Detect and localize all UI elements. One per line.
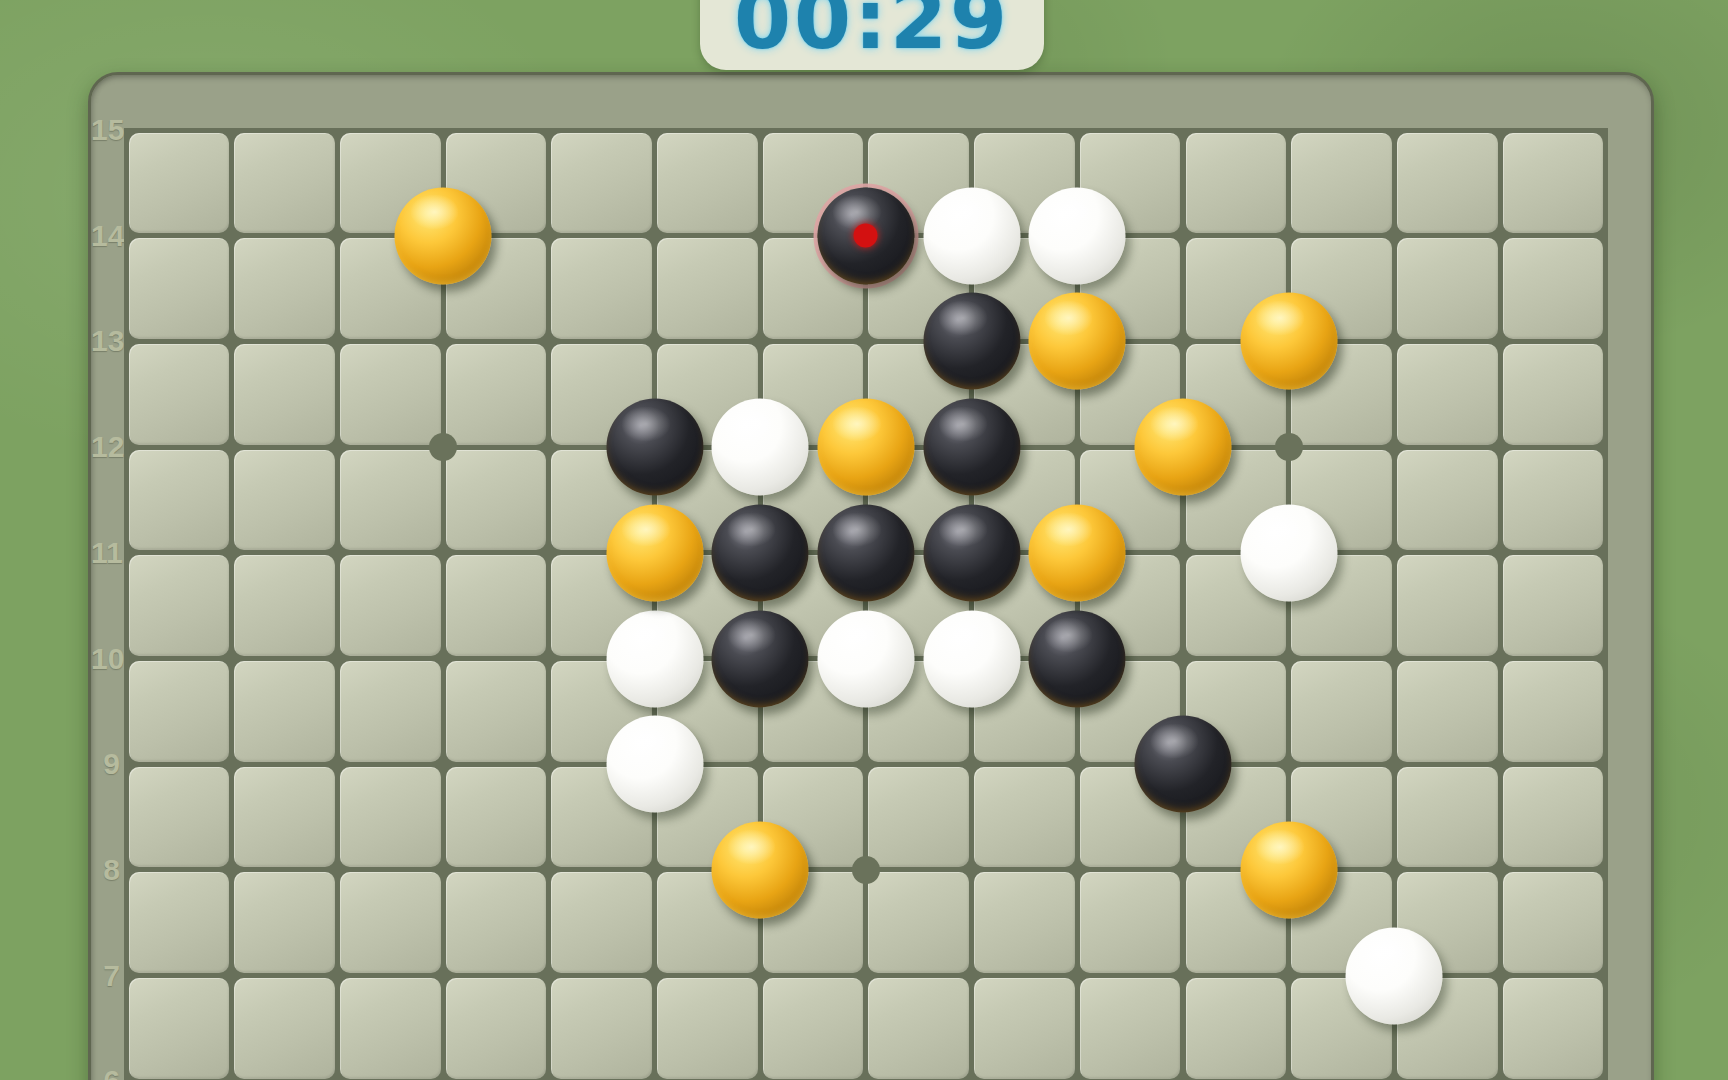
row-label: 11 <box>91 536 120 570</box>
stone-gold <box>1029 504 1126 601</box>
board-cell[interactable] <box>1397 133 1498 234</box>
board-cell[interactable] <box>129 872 230 973</box>
board-cell[interactable] <box>1397 238 1498 339</box>
board-cell[interactable] <box>129 555 230 656</box>
stone-gold <box>817 399 914 496</box>
stone-white <box>923 610 1020 707</box>
board-cell[interactable] <box>446 344 547 445</box>
stone-black <box>712 610 809 707</box>
row-label: 8 <box>91 853 120 887</box>
star-point <box>1275 433 1303 461</box>
timer-value: 00:29 <box>734 0 1010 67</box>
board-grid[interactable] <box>126 130 1606 1080</box>
star-point <box>852 856 880 884</box>
board-cell[interactable] <box>1291 133 1392 234</box>
game-screen: 00:29 1514131211109876 <box>0 0 1728 1080</box>
board-cell[interactable] <box>1397 450 1498 551</box>
stone-white <box>923 187 1020 284</box>
stone-white <box>817 610 914 707</box>
board-cell[interactable] <box>1397 661 1498 762</box>
board-cell[interactable] <box>1291 661 1392 762</box>
stone-white <box>1029 187 1126 284</box>
board-cell[interactable] <box>1186 978 1287 1079</box>
gomoku-board: 1514131211109876 <box>88 72 1654 1080</box>
stone-gold <box>395 187 492 284</box>
row-label: 9 <box>91 747 120 781</box>
board-cell[interactable] <box>551 133 652 234</box>
stone-white <box>1346 927 1443 1024</box>
board-cell[interactable] <box>657 133 758 234</box>
board-cell[interactable] <box>234 661 335 762</box>
stone-white <box>1240 504 1337 601</box>
board-cell[interactable] <box>234 767 335 868</box>
board-cell[interactable] <box>129 133 230 234</box>
board-cell[interactable] <box>234 133 335 234</box>
row-label: 13 <box>91 324 120 358</box>
board-cell[interactable] <box>551 872 652 973</box>
row-label: 12 <box>91 430 120 464</box>
board-cell[interactable] <box>446 978 547 1079</box>
board-cell[interactable] <box>1503 978 1604 1079</box>
stone-black <box>817 504 914 601</box>
stone-black <box>606 399 703 496</box>
stone-black-last-move <box>817 187 914 284</box>
stone-white <box>606 610 703 707</box>
board-cell[interactable] <box>234 555 335 656</box>
stone-gold <box>1240 293 1337 390</box>
stone-gold <box>712 821 809 918</box>
board-cell[interactable] <box>446 661 547 762</box>
row-label: 7 <box>91 959 120 993</box>
stone-black <box>923 399 1020 496</box>
board-cell[interactable] <box>129 978 230 1079</box>
board-cell[interactable] <box>234 238 335 339</box>
board-cell[interactable] <box>234 344 335 445</box>
board-cell[interactable] <box>1503 661 1604 762</box>
board-cell[interactable] <box>868 872 969 973</box>
board-cell[interactable] <box>1503 555 1604 656</box>
board-cell[interactable] <box>551 238 652 339</box>
row-label: 6 <box>91 1064 120 1080</box>
stone-black <box>923 504 1020 601</box>
board-cell[interactable] <box>657 238 758 339</box>
board-cell[interactable] <box>340 767 441 868</box>
board-cell[interactable] <box>974 872 1075 973</box>
board-cell[interactable] <box>340 344 441 445</box>
star-point <box>429 433 457 461</box>
timer-panel: 00:29 <box>700 0 1044 70</box>
board-cell[interactable] <box>1397 344 1498 445</box>
board-cell[interactable] <box>446 450 547 551</box>
stone-black <box>923 293 1020 390</box>
board-cell[interactable] <box>340 450 441 551</box>
board-cell[interactable] <box>551 978 652 1079</box>
board-cell[interactable] <box>1503 238 1604 339</box>
board-cell[interactable] <box>1186 133 1287 234</box>
board-cell[interactable] <box>340 661 441 762</box>
board-cell[interactable] <box>1397 555 1498 656</box>
board-cell[interactable] <box>974 767 1075 868</box>
board-cell[interactable] <box>1503 872 1604 973</box>
board-cell[interactable] <box>234 450 335 551</box>
board-cell[interactable] <box>234 978 335 1079</box>
stone-black <box>1135 716 1232 813</box>
stone-gold <box>606 504 703 601</box>
stone-white <box>712 399 809 496</box>
board-cell[interactable] <box>234 872 335 973</box>
board-cell[interactable] <box>1397 767 1498 868</box>
board-cell[interactable] <box>1080 872 1181 973</box>
board-cell[interactable] <box>129 450 230 551</box>
board-cell[interactable] <box>763 978 864 1079</box>
board-cell[interactable] <box>129 238 230 339</box>
board-cell[interactable] <box>446 555 547 656</box>
board-cell[interactable] <box>446 767 547 868</box>
board-cell[interactable] <box>1503 133 1604 234</box>
board-cell[interactable] <box>340 978 441 1079</box>
stone-gold <box>1029 293 1126 390</box>
row-label: 15 <box>91 113 120 147</box>
stone-white <box>606 716 703 813</box>
board-cell[interactable] <box>446 872 547 973</box>
row-label: 14 <box>91 219 120 253</box>
stone-black <box>1029 610 1126 707</box>
board-cell[interactable] <box>1080 978 1181 1079</box>
stone-gold <box>1240 821 1337 918</box>
board-cell[interactable] <box>1503 344 1604 445</box>
stone-black <box>712 504 809 601</box>
board-cell[interactable] <box>657 978 758 1079</box>
board-cell[interactable] <box>340 872 441 973</box>
board-cell[interactable] <box>340 555 441 656</box>
board-cell[interactable] <box>129 767 230 868</box>
row-label: 10 <box>91 642 120 676</box>
board-cell[interactable] <box>868 978 969 1079</box>
board-cell[interactable] <box>1503 450 1604 551</box>
board-cell[interactable] <box>129 661 230 762</box>
stone-gold <box>1135 399 1232 496</box>
board-cell[interactable] <box>129 344 230 445</box>
board-cell[interactable] <box>868 767 969 868</box>
board-cell[interactable] <box>1503 767 1604 868</box>
board-cell[interactable] <box>974 978 1075 1079</box>
